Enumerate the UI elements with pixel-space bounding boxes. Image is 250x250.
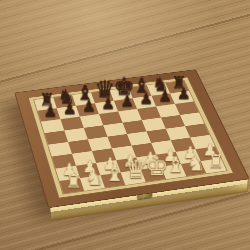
brass-latch-icon: [137, 190, 153, 200]
piece-black-pawn[interactable]: ♟: [174, 86, 193, 101]
piece-white-knight[interactable]: ♞: [84, 167, 105, 188]
piece-black-pawn[interactable]: ♟: [98, 96, 118, 112]
piece-white-bishop[interactable]: ♝: [104, 163, 125, 185]
photo-scene: ♜♞♝♛♚♝♞♜♟♟♟♟♟♟♟♟♟♟♟♟♟♟♟♟♜♞♝♛♚♝♞♜: [0, 0, 250, 250]
square-h6[interactable]: [175, 102, 199, 115]
piece-white-rook[interactable]: ♜: [205, 152, 226, 171]
piece-white-rook[interactable]: ♜: [63, 172, 84, 191]
piece-black-pawn[interactable]: ♟: [79, 99, 99, 115]
board-inner-border: ♜♞♝♛♚♝♞♜♟♟♟♟♟♟♟♟♟♟♟♟♟♟♟♟♜♞♝♛♚♝♞♜: [28, 77, 235, 199]
piece-black-pawn[interactable]: ♟: [60, 101, 80, 117]
piece-black-pawn[interactable]: ♟: [155, 89, 174, 105]
square-c5[interactable]: [84, 125, 108, 139]
square-h5[interactable]: [180, 112, 204, 126]
piece-black-pawn[interactable]: ♟: [118, 94, 138, 110]
piece-black-pawn[interactable]: ♟: [137, 91, 156, 107]
piece-white-queen[interactable]: ♛: [125, 157, 146, 182]
square-a7[interactable]: ♟: [38, 108, 61, 122]
piece-white-knight[interactable]: ♞: [185, 153, 206, 174]
piece-black-pawn[interactable]: ♟: [41, 104, 61, 120]
square-a1[interactable]: ♜: [60, 178, 85, 194]
board-grid: ♜♞♝♛♚♝♞♜♟♟♟♟♟♟♟♟♟♟♟♟♟♟♟♟♜♞♝♛♚♝♞♜: [34, 81, 226, 194]
piece-white-bishop[interactable]: ♝: [165, 155, 186, 177]
piece-white-king[interactable]: ♚: [145, 153, 166, 179]
